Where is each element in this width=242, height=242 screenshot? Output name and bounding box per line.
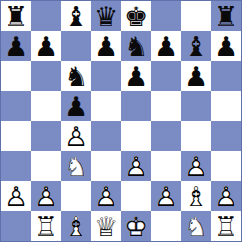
square-h5[interactable] [211, 91, 241, 121]
square-b3[interactable] [31, 151, 61, 181]
square-b8[interactable] [31, 1, 61, 31]
square-h3[interactable] [211, 151, 241, 181]
square-h6[interactable] [211, 61, 241, 91]
square-b5[interactable] [31, 91, 61, 121]
square-e5[interactable] [121, 91, 151, 121]
square-h1[interactable]: ♜♖ [211, 211, 241, 241]
square-h7[interactable]: ♟ [211, 31, 241, 61]
white-rook[interactable]: ♜♖ [31, 211, 61, 241]
black-bishop[interactable]: ♝ [61, 1, 91, 31]
black-pawn[interactable]: ♟ [31, 31, 61, 61]
square-f1[interactable] [151, 211, 181, 241]
square-c8[interactable]: ♝ [61, 1, 91, 31]
white-rook[interactable]: ♜♖ [211, 211, 241, 241]
piece-glyph: ♟ [121, 61, 151, 91]
square-h8[interactable]: ♜ [211, 1, 241, 31]
square-c4[interactable]: ♟♙ [61, 121, 91, 151]
piece-glyph: ♟ [31, 31, 61, 61]
piece-glyph: ♚ [121, 1, 151, 31]
white-pawn[interactable]: ♟♙ [121, 151, 151, 181]
piece-glyph: ♟ [61, 91, 91, 121]
black-pawn[interactable]: ♟ [151, 31, 181, 61]
square-g8[interactable] [181, 1, 211, 31]
piece-glyph: ♝ [61, 1, 91, 31]
square-a7[interactable]: ♟ [1, 31, 31, 61]
white-pawn[interactable]: ♟♙ [181, 151, 211, 181]
square-c6[interactable]: ♞ [61, 61, 91, 91]
piece-glyph: ♜ [211, 1, 241, 31]
piece-outline-glyph: ♙ [61, 121, 91, 151]
square-f6[interactable] [151, 61, 181, 91]
white-pawn[interactable]: ♟♙ [31, 181, 61, 211]
piece-outline-glyph: ♙ [121, 151, 151, 181]
square-g7[interactable]: ♝ [181, 31, 211, 61]
square-d5[interactable] [91, 91, 121, 121]
black-king[interactable]: ♚ [121, 1, 151, 31]
white-pawn[interactable]: ♟♙ [211, 181, 241, 211]
white-knight[interactable]: ♞♘ [181, 211, 211, 241]
square-e4[interactable] [121, 121, 151, 151]
square-f4[interactable] [151, 121, 181, 151]
square-d6[interactable] [91, 61, 121, 91]
piece-glyph: ♜ [1, 1, 31, 31]
piece-glyph: ♞ [61, 61, 91, 91]
piece-outline-glyph: ♙ [1, 181, 31, 211]
piece-glyph: ♟ [211, 31, 241, 61]
piece-outline-glyph: ♗ [61, 211, 91, 241]
chess-board: ♜♝♛♚♜♟♟♟♞♟♝♟♞♟♟♟♟♙♞♘♟♙♟♙♟♙♟♙♟♙♟♙♝♗♟♙♜♖♝♗… [0, 0, 242, 242]
square-b6[interactable] [31, 61, 61, 91]
square-a2[interactable]: ♟♙ [1, 181, 31, 211]
piece-outline-glyph: ♙ [211, 181, 241, 211]
white-pawn[interactable]: ♟♙ [151, 181, 181, 211]
black-pawn[interactable]: ♟ [181, 61, 211, 91]
piece-glyph: ♟ [91, 31, 121, 61]
square-d2[interactable]: ♟♙ [91, 181, 121, 211]
piece-outline-glyph: ♗ [181, 181, 211, 211]
square-h4[interactable] [211, 121, 241, 151]
square-b7[interactable]: ♟ [31, 31, 61, 61]
black-rook[interactable]: ♜ [1, 1, 31, 31]
square-d3[interactable] [91, 151, 121, 181]
square-a8[interactable]: ♜ [1, 1, 31, 31]
square-g3[interactable]: ♟♙ [181, 151, 211, 181]
piece-outline-glyph: ♘ [181, 211, 211, 241]
black-pawn[interactable]: ♟ [121, 61, 151, 91]
white-queen[interactable]: ♛♕ [91, 211, 121, 241]
black-bishop[interactable]: ♝ [181, 31, 211, 61]
square-e8[interactable]: ♚ [121, 1, 151, 31]
black-pawn[interactable]: ♟ [1, 31, 31, 61]
white-king[interactable]: ♚♔ [121, 211, 151, 241]
white-knight[interactable]: ♞♘ [61, 151, 91, 181]
square-e6[interactable]: ♟ [121, 61, 151, 91]
square-c2[interactable] [61, 181, 91, 211]
square-e7[interactable]: ♞ [121, 31, 151, 61]
black-pawn[interactable]: ♟ [91, 31, 121, 61]
piece-glyph: ♟ [181, 61, 211, 91]
white-pawn[interactable]: ♟♙ [1, 181, 31, 211]
square-g2[interactable]: ♝♗ [181, 181, 211, 211]
piece-glyph: ♝ [181, 31, 211, 61]
black-pawn[interactable]: ♟ [211, 31, 241, 61]
white-bishop[interactable]: ♝♗ [61, 211, 91, 241]
square-h2[interactable]: ♟♙ [211, 181, 241, 211]
piece-outline-glyph: ♖ [31, 211, 61, 241]
square-f7[interactable]: ♟ [151, 31, 181, 61]
piece-glyph: ♞ [121, 31, 151, 61]
piece-glyph: ♟ [1, 31, 31, 61]
square-f2[interactable]: ♟♙ [151, 181, 181, 211]
white-pawn[interactable]: ♟♙ [91, 181, 121, 211]
square-a6[interactable] [1, 61, 31, 91]
square-f8[interactable] [151, 1, 181, 31]
square-a1[interactable] [1, 211, 31, 241]
square-d8[interactable]: ♛ [91, 1, 121, 31]
square-c5[interactable]: ♟ [61, 91, 91, 121]
square-e2[interactable] [121, 181, 151, 211]
square-a5[interactable] [1, 91, 31, 121]
white-bishop[interactable]: ♝♗ [181, 181, 211, 211]
square-b2[interactable]: ♟♙ [31, 181, 61, 211]
square-b1[interactable]: ♜♖ [31, 211, 61, 241]
piece-outline-glyph: ♙ [181, 151, 211, 181]
piece-outline-glyph: ♕ [91, 211, 121, 241]
piece-outline-glyph: ♙ [151, 181, 181, 211]
piece-outline-glyph: ♔ [121, 211, 151, 241]
square-a4[interactable] [1, 121, 31, 151]
square-g5[interactable] [181, 91, 211, 121]
square-c1[interactable]: ♝♗ [61, 211, 91, 241]
black-queen[interactable]: ♛ [91, 1, 121, 31]
black-knight[interactable]: ♞ [61, 61, 91, 91]
piece-outline-glyph: ♖ [211, 211, 241, 241]
black-knight[interactable]: ♞ [121, 31, 151, 61]
square-c7[interactable] [61, 31, 91, 61]
square-g4[interactable] [181, 121, 211, 151]
piece-outline-glyph: ♘ [61, 151, 91, 181]
square-f3[interactable] [151, 151, 181, 181]
square-a3[interactable] [1, 151, 31, 181]
square-e3[interactable]: ♟♙ [121, 151, 151, 181]
square-d4[interactable] [91, 121, 121, 151]
piece-glyph: ♟ [151, 31, 181, 61]
square-c3[interactable]: ♞♘ [61, 151, 91, 181]
piece-outline-glyph: ♙ [31, 181, 61, 211]
black-rook[interactable]: ♜ [211, 1, 241, 31]
square-d1[interactable]: ♛♕ [91, 211, 121, 241]
square-g1[interactable]: ♞♘ [181, 211, 211, 241]
piece-outline-glyph: ♙ [91, 181, 121, 211]
square-b4[interactable] [31, 121, 61, 151]
square-g6[interactable]: ♟ [181, 61, 211, 91]
white-pawn[interactable]: ♟♙ [61, 121, 91, 151]
square-f5[interactable] [151, 91, 181, 121]
square-e1[interactable]: ♚♔ [121, 211, 151, 241]
black-pawn[interactable]: ♟ [61, 91, 91, 121]
square-d7[interactable]: ♟ [91, 31, 121, 61]
piece-glyph: ♛ [91, 1, 121, 31]
